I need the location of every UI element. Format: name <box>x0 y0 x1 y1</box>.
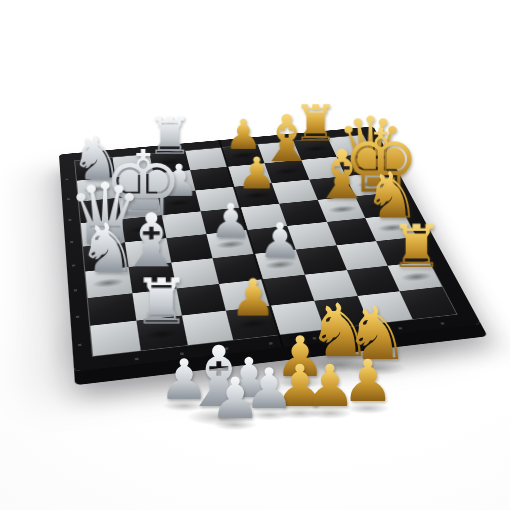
chess-set-photo-scene: ♜♞♟♚♛♟♞♝♟♜♟♜♝♛♟♚♝♞♜♟ ♟♝♟♟♟♟♞♞♟♟♟ <box>0 0 510 510</box>
gold-pawn-offboard[interactable]: ♟ <box>304 357 356 415</box>
silver-pawn[interactable]: ♟ <box>217 216 342 264</box>
gold-rook[interactable]: ♜ <box>352 217 479 276</box>
silver-pawn-offboard[interactable]: ♟ <box>209 370 260 427</box>
silver-rook[interactable]: ♜ <box>93 270 229 334</box>
